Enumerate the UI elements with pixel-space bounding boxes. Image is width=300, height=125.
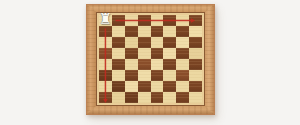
square-e1[interactable] [151,92,164,103]
square-d4[interactable] [138,59,151,70]
square-d5[interactable] [138,48,151,59]
square-b5[interactable] [112,48,125,59]
square-g1[interactable] [176,92,189,103]
square-h3[interactable] [189,70,202,81]
square-h1[interactable] [189,92,202,103]
square-b6[interactable] [112,37,125,48]
square-a5[interactable] [99,48,112,59]
board-inner-border: ♜ [96,12,205,106]
square-e5[interactable] [151,48,164,59]
square-a1[interactable] [99,92,112,103]
white-rook[interactable]: ♜ [99,12,112,27]
chessboard: ♜ [86,4,215,115]
square-e8[interactable] [151,15,164,26]
square-c1[interactable] [125,92,138,103]
square-h5[interactable] [189,48,202,59]
square-f1[interactable] [163,92,176,103]
square-g6[interactable] [176,37,189,48]
square-h4[interactable] [189,59,202,70]
square-c7[interactable] [125,26,138,37]
square-c2[interactable] [125,81,138,92]
square-e4[interactable] [151,59,164,70]
square-g8[interactable] [176,15,189,26]
square-e7[interactable] [151,26,164,37]
board-frame-right [205,4,215,115]
photo-background: ♜ [0,0,300,125]
square-c8[interactable] [125,15,138,26]
square-c3[interactable] [125,70,138,81]
square-d3[interactable] [138,70,151,81]
square-c4[interactable] [125,59,138,70]
square-g4[interactable] [176,59,189,70]
square-h7[interactable] [189,26,202,37]
square-g2[interactable] [176,81,189,92]
square-f2[interactable] [163,81,176,92]
square-h6[interactable] [189,37,202,48]
square-f8[interactable] [163,15,176,26]
square-b2[interactable] [112,81,125,92]
board-frame-left [86,4,96,115]
square-d8[interactable] [138,15,151,26]
square-c6[interactable] [125,37,138,48]
board-frame-bottom [86,106,215,115]
square-d6[interactable] [138,37,151,48]
board-squares: ♜ [99,15,202,103]
square-d2[interactable] [138,81,151,92]
square-g7[interactable] [176,26,189,37]
square-a7[interactable] [99,26,112,37]
square-b8[interactable] [112,15,125,26]
square-e6[interactable] [151,37,164,48]
square-d1[interactable] [138,92,151,103]
square-g3[interactable] [176,70,189,81]
square-c5[interactable] [125,48,138,59]
square-h8[interactable] [189,15,202,26]
square-e3[interactable] [151,70,164,81]
square-f4[interactable] [163,59,176,70]
square-b4[interactable] [112,59,125,70]
square-f6[interactable] [163,37,176,48]
square-f5[interactable] [163,48,176,59]
square-a3[interactable] [99,70,112,81]
square-a6[interactable] [99,37,112,48]
square-d7[interactable] [138,26,151,37]
square-b7[interactable] [112,26,125,37]
square-b1[interactable] [112,92,125,103]
square-a4[interactable] [99,59,112,70]
square-b3[interactable] [112,70,125,81]
square-e2[interactable] [151,81,164,92]
square-f7[interactable] [163,26,176,37]
square-h2[interactable] [189,81,202,92]
square-f3[interactable] [163,70,176,81]
square-g5[interactable] [176,48,189,59]
square-a2[interactable] [99,81,112,92]
